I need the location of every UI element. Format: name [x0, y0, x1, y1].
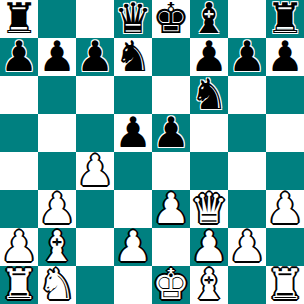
square-h3[interactable]: ♟	[266, 190, 304, 228]
square-h1[interactable]: ♜	[266, 266, 304, 304]
square-c2[interactable]	[76, 228, 114, 266]
black-knight[interactable]: ♞	[114, 38, 152, 76]
black-pawn[interactable]: ♟	[114, 114, 152, 152]
white-rook[interactable]: ♜	[0, 266, 38, 304]
square-e2[interactable]	[152, 228, 190, 266]
black-pawn[interactable]: ♟	[152, 114, 190, 152]
black-queen[interactable]: ♛	[114, 0, 152, 38]
square-h2[interactable]	[266, 228, 304, 266]
square-e7[interactable]	[152, 38, 190, 76]
square-b4[interactable]	[38, 152, 76, 190]
square-d4[interactable]	[114, 152, 152, 190]
white-rook[interactable]: ♜	[266, 266, 304, 304]
square-e3[interactable]: ♟	[152, 190, 190, 228]
square-b2[interactable]: ♝	[38, 228, 76, 266]
square-d3[interactable]	[114, 190, 152, 228]
square-g7[interactable]: ♟	[228, 38, 266, 76]
square-d5[interactable]: ♟	[114, 114, 152, 152]
black-pawn[interactable]: ♟	[0, 38, 38, 76]
white-pawn[interactable]: ♟	[228, 228, 266, 266]
black-pawn[interactable]: ♟	[228, 38, 266, 76]
square-c1[interactable]	[76, 266, 114, 304]
square-c4[interactable]: ♟	[76, 152, 114, 190]
square-a4[interactable]	[0, 152, 38, 190]
chess-board: ♜♛♚♝♜♟♟♟♞♟♟♟♞♟♟♟♟♟♛♟♟♝♟♟♟♜♞♚♝♜	[0, 0, 304, 304]
white-king[interactable]: ♚	[152, 266, 190, 304]
black-rook[interactable]: ♜	[266, 0, 304, 38]
square-g3[interactable]	[228, 190, 266, 228]
square-g5[interactable]	[228, 114, 266, 152]
square-e5[interactable]: ♟	[152, 114, 190, 152]
square-f2[interactable]: ♟	[190, 228, 228, 266]
white-pawn[interactable]: ♟	[190, 228, 228, 266]
square-c7[interactable]: ♟	[76, 38, 114, 76]
black-bishop[interactable]: ♝	[190, 0, 228, 38]
square-a3[interactable]	[0, 190, 38, 228]
black-knight[interactable]: ♞	[190, 76, 228, 114]
white-bishop[interactable]: ♝	[38, 228, 76, 266]
square-c5[interactable]	[76, 114, 114, 152]
square-f3[interactable]: ♛	[190, 190, 228, 228]
square-h5[interactable]	[266, 114, 304, 152]
white-knight[interactable]: ♞	[38, 266, 76, 304]
square-e1[interactable]: ♚	[152, 266, 190, 304]
square-c3[interactable]	[76, 190, 114, 228]
black-pawn[interactable]: ♟	[266, 38, 304, 76]
square-h7[interactable]: ♟	[266, 38, 304, 76]
square-g1[interactable]	[228, 266, 266, 304]
square-b5[interactable]	[38, 114, 76, 152]
square-e4[interactable]	[152, 152, 190, 190]
white-pawn[interactable]: ♟	[0, 228, 38, 266]
square-d6[interactable]	[114, 76, 152, 114]
square-h8[interactable]: ♜	[266, 0, 304, 38]
black-pawn[interactable]: ♟	[76, 38, 114, 76]
square-g2[interactable]: ♟	[228, 228, 266, 266]
square-c6[interactable]	[76, 76, 114, 114]
square-a7[interactable]: ♟	[0, 38, 38, 76]
white-pawn[interactable]: ♟	[152, 190, 190, 228]
square-a2[interactable]: ♟	[0, 228, 38, 266]
square-e6[interactable]	[152, 76, 190, 114]
black-pawn[interactable]: ♟	[38, 38, 76, 76]
white-pawn[interactable]: ♟	[38, 190, 76, 228]
square-d2[interactable]: ♟	[114, 228, 152, 266]
white-bishop[interactable]: ♝	[190, 266, 228, 304]
square-h6[interactable]	[266, 76, 304, 114]
square-f5[interactable]	[190, 114, 228, 152]
square-d8[interactable]: ♛	[114, 0, 152, 38]
square-h4[interactable]	[266, 152, 304, 190]
square-a5[interactable]	[0, 114, 38, 152]
black-king[interactable]: ♚	[152, 0, 190, 38]
square-b7[interactable]: ♟	[38, 38, 76, 76]
square-f1[interactable]: ♝	[190, 266, 228, 304]
square-f6[interactable]: ♞	[190, 76, 228, 114]
square-g6[interactable]	[228, 76, 266, 114]
white-queen[interactable]: ♛	[190, 190, 228, 228]
black-pawn[interactable]: ♟	[190, 38, 228, 76]
square-b6[interactable]	[38, 76, 76, 114]
square-g8[interactable]	[228, 0, 266, 38]
square-a1[interactable]: ♜	[0, 266, 38, 304]
white-pawn[interactable]: ♟	[114, 228, 152, 266]
square-f8[interactable]: ♝	[190, 0, 228, 38]
square-d1[interactable]	[114, 266, 152, 304]
square-d7[interactable]: ♞	[114, 38, 152, 76]
square-c8[interactable]	[76, 0, 114, 38]
square-a8[interactable]: ♜	[0, 0, 38, 38]
square-f7[interactable]: ♟	[190, 38, 228, 76]
square-b8[interactable]	[38, 0, 76, 38]
square-f4[interactable]	[190, 152, 228, 190]
black-rook[interactable]: ♜	[0, 0, 38, 38]
square-b3[interactable]: ♟	[38, 190, 76, 228]
square-g4[interactable]	[228, 152, 266, 190]
square-e8[interactable]: ♚	[152, 0, 190, 38]
square-a6[interactable]	[0, 76, 38, 114]
square-b1[interactable]: ♞	[38, 266, 76, 304]
white-pawn[interactable]: ♟	[76, 152, 114, 190]
white-pawn[interactable]: ♟	[266, 190, 304, 228]
